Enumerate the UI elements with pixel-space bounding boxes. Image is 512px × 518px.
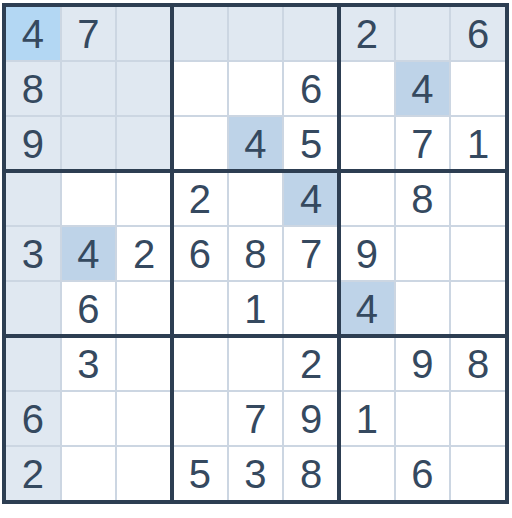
cell-r5c4[interactable]: 6	[173, 227, 227, 280]
cell-r1c6[interactable]	[284, 7, 338, 60]
cell-r6c7[interactable]: 4	[340, 282, 394, 335]
cell-r5c3[interactable]: 2	[117, 227, 171, 280]
cell-r7c6[interactable]: 2	[284, 337, 338, 390]
cell-r7c8[interactable]: 9	[396, 337, 450, 390]
cell-r4c3[interactable]	[117, 172, 171, 225]
cell-r4c2[interactable]	[62, 172, 116, 225]
cell-r4c7[interactable]	[340, 172, 394, 225]
cell-r6c8[interactable]	[396, 282, 450, 335]
cell-r4c4[interactable]: 2	[173, 172, 227, 225]
cell-r7c3[interactable]	[117, 337, 171, 390]
cell-r5c9[interactable]	[451, 227, 505, 280]
cell-r2c2[interactable]	[62, 62, 116, 115]
cell-r1c9[interactable]: 6	[451, 7, 505, 60]
cell-r8c6[interactable]: 9	[284, 392, 338, 445]
cell-r8c4[interactable]	[173, 392, 227, 445]
cell-r4c1[interactable]	[6, 172, 60, 225]
cell-r9c3[interactable]	[117, 447, 171, 500]
cell-r8c2[interactable]	[62, 392, 116, 445]
sudoku-page: 47268649457124834268796143298679125386	[0, 0, 512, 518]
cell-r7c1[interactable]	[6, 337, 60, 390]
cell-r3c5[interactable]: 4	[229, 117, 283, 170]
cell-r3c1[interactable]: 9	[6, 117, 60, 170]
cell-r7c2[interactable]: 3	[62, 337, 116, 390]
cell-r2c4[interactable]	[173, 62, 227, 115]
cell-r5c8[interactable]	[396, 227, 450, 280]
cell-r3c7[interactable]	[340, 117, 394, 170]
cell-r3c9[interactable]: 1	[451, 117, 505, 170]
cell-r9c2[interactable]	[62, 447, 116, 500]
cell-r3c6[interactable]: 5	[284, 117, 338, 170]
cell-r3c8[interactable]: 7	[396, 117, 450, 170]
cell-r8c3[interactable]	[117, 392, 171, 445]
cell-r6c5[interactable]: 1	[229, 282, 283, 335]
cell-r6c1[interactable]	[6, 282, 60, 335]
cell-r5c2[interactable]: 4	[62, 227, 116, 280]
cell-r5c1[interactable]: 3	[6, 227, 60, 280]
cell-r9c1[interactable]: 2	[6, 447, 60, 500]
cell-r2c9[interactable]	[451, 62, 505, 115]
cell-r4c8[interactable]: 8	[396, 172, 450, 225]
cell-r4c9[interactable]	[451, 172, 505, 225]
cell-r8c8[interactable]	[396, 392, 450, 445]
cell-r2c8[interactable]: 4	[396, 62, 450, 115]
cell-r6c4[interactable]	[173, 282, 227, 335]
sudoku-board: 47268649457124834268796143298679125386	[2, 3, 509, 504]
cell-r2c1[interactable]: 8	[6, 62, 60, 115]
cell-r1c3[interactable]	[117, 7, 171, 60]
cell-r9c9[interactable]	[451, 447, 505, 500]
cell-r3c3[interactable]	[117, 117, 171, 170]
cell-r1c4[interactable]	[173, 7, 227, 60]
cell-r6c2[interactable]: 6	[62, 282, 116, 335]
cell-r5c7[interactable]: 9	[340, 227, 394, 280]
cell-r3c2[interactable]	[62, 117, 116, 170]
cell-r2c7[interactable]	[340, 62, 394, 115]
cell-r6c9[interactable]	[451, 282, 505, 335]
cell-r9c4[interactable]: 5	[173, 447, 227, 500]
cell-r6c6[interactable]	[284, 282, 338, 335]
cell-r4c5[interactable]	[229, 172, 283, 225]
cell-r1c7[interactable]: 2	[340, 7, 394, 60]
cell-r1c1[interactable]: 4	[6, 7, 60, 60]
cell-r6c3[interactable]	[117, 282, 171, 335]
cell-r7c5[interactable]	[229, 337, 283, 390]
cell-r9c7[interactable]	[340, 447, 394, 500]
cell-r1c8[interactable]	[396, 7, 450, 60]
cell-r2c3[interactable]	[117, 62, 171, 115]
cell-r9c5[interactable]: 3	[229, 447, 283, 500]
cell-r8c7[interactable]: 1	[340, 392, 394, 445]
cell-r7c7[interactable]	[340, 337, 394, 390]
cell-r1c2[interactable]: 7	[62, 7, 116, 60]
cell-r5c5[interactable]: 8	[229, 227, 283, 280]
cell-r2c5[interactable]	[229, 62, 283, 115]
cell-r7c9[interactable]: 8	[451, 337, 505, 390]
cell-r9c8[interactable]: 6	[396, 447, 450, 500]
cell-r8c5[interactable]: 7	[229, 392, 283, 445]
cell-r8c1[interactable]: 6	[6, 392, 60, 445]
cell-r9c6[interactable]: 8	[284, 447, 338, 500]
cell-r1c5[interactable]	[229, 7, 283, 60]
cell-r3c4[interactable]	[173, 117, 227, 170]
cell-r5c6[interactable]: 7	[284, 227, 338, 280]
cell-r8c9[interactable]	[451, 392, 505, 445]
cell-r7c4[interactable]	[173, 337, 227, 390]
cell-r4c6[interactable]: 4	[284, 172, 338, 225]
cell-r2c6[interactable]: 6	[284, 62, 338, 115]
